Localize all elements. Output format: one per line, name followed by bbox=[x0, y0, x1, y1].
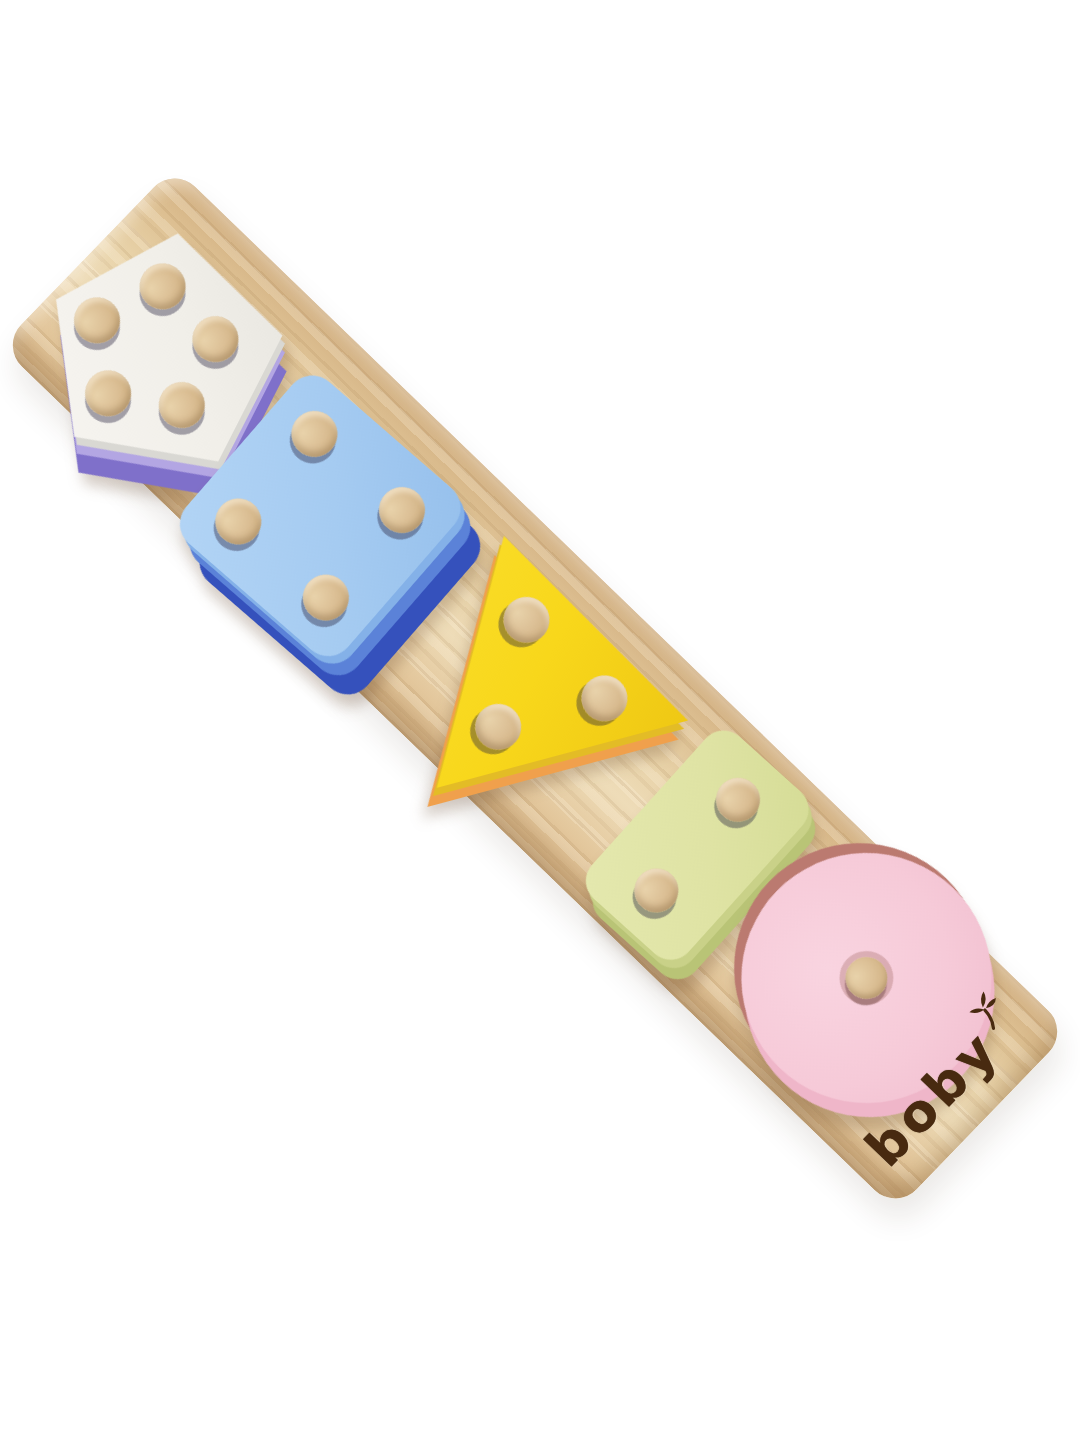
wooden-plank: boby bbox=[0, 166, 1069, 1211]
product-photo: boby bbox=[0, 0, 1080, 1440]
